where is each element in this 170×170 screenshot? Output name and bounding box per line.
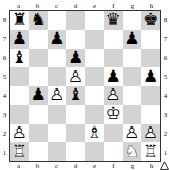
square-h5[interactable]: ♟ [141,67,160,86]
square-b7[interactable] [29,30,48,49]
rank-labels-right: 87654321 [161,10,170,162]
square-e6[interactable] [85,49,104,68]
rank-label-8: 8 [161,16,170,24]
square-d5[interactable]: ♟♙ [66,67,85,86]
rank-label-1: 1 [0,149,9,157]
square-d3[interactable] [66,105,85,124]
square-c3[interactable] [48,105,67,124]
white-rook-icon: ♖ [143,142,158,159]
white-king-icon: ♔ [106,105,121,122]
black-pawn-icon: ♟ [124,30,139,47]
file-label-e: e [85,162,104,170]
piece-white-pawn-d5[interactable]: ♟♙ [66,67,85,86]
piece-black-bishop-a6[interactable]: ♝ [10,49,29,68]
square-f8[interactable]: ♛ [104,11,123,30]
piece-white-rook-h1[interactable]: ♜♖ [141,142,160,161]
square-a2[interactable]: ♟♙ [10,124,29,143]
rank-label-6: 6 [161,54,170,62]
black-pawn-icon: ♟ [12,30,27,47]
piece-black-queen-f8[interactable]: ♛ [104,11,123,30]
piece-white-pawn-c4[interactable]: ♟♙ [48,86,67,105]
white-pawn-icon: ♙ [12,124,27,141]
square-b6[interactable] [29,49,48,68]
piece-white-pawn-h2[interactable]: ♟♙ [141,124,160,143]
square-g3[interactable] [123,105,142,124]
piece-black-pawn-h5[interactable]: ♟ [141,67,160,86]
rank-label-4: 4 [0,92,9,100]
white-pawn-icon: ♙ [49,86,64,103]
white-pawn-icon: ♙ [68,67,83,84]
white-pawn-icon: ♙ [124,124,139,141]
square-d7[interactable] [66,30,85,49]
black-pawn-icon: ♟ [106,67,121,84]
square-d8[interactable] [66,11,85,30]
square-h7[interactable] [141,30,160,49]
square-b2[interactable] [29,124,48,143]
file-label-d: d [66,2,85,10]
square-a1[interactable]: ♜♖ [10,142,29,161]
black-king-icon: ♚ [143,11,158,28]
file-label-e: e [85,2,104,10]
rank-label-5: 5 [0,73,9,81]
black-pawn-icon: ♟ [31,86,46,103]
piece-white-rook-a1[interactable]: ♜♖ [10,142,29,161]
square-g1[interactable]: ♞♘ [123,142,142,161]
piece-white-knight-g1[interactable]: ♞♘ [123,142,142,161]
square-f5[interactable]: ♟ [104,67,123,86]
piece-white-king-f3[interactable]: ♚♔ [104,105,123,124]
file-label-d: d [66,162,85,170]
piece-black-pawn-a7[interactable]: ♟ [10,30,29,49]
piece-black-pawn-f5[interactable]: ♟ [104,67,123,86]
square-c5[interactable] [48,67,67,86]
file-label-f: f [104,162,123,170]
square-d1[interactable] [66,142,85,161]
piece-black-rook-a8[interactable]: ♜ [10,11,29,30]
square-c6[interactable] [48,49,67,68]
black-bishop-icon: ♝ [68,86,83,103]
square-h6[interactable] [141,49,160,68]
piece-white-bishop-e2[interactable]: ♝♗ [85,124,104,143]
square-a7[interactable]: ♟ [10,30,29,49]
square-d4[interactable]: ♝ [66,86,85,105]
black-pawn-icon: ♟ [68,49,83,66]
piece-white-pawn-g2[interactable]: ♟♙ [123,124,142,143]
square-e7[interactable] [85,30,104,49]
file-label-c: c [47,162,66,170]
white-bishop-icon: ♗ [87,124,102,141]
square-b3[interactable] [29,105,48,124]
square-b8[interactable]: ♞ [29,11,48,30]
square-f3[interactable]: ♚♔ [104,105,123,124]
square-f2[interactable] [104,124,123,143]
piece-white-pawn-a2[interactable]: ♟♙ [10,124,29,143]
rank-label-3: 3 [161,111,170,119]
square-h2[interactable]: ♟♙ [141,124,160,143]
square-b5[interactable] [29,67,48,86]
piece-black-bishop-d4[interactable]: ♝ [66,86,85,105]
file-label-g: g [123,2,142,10]
square-g4[interactable] [123,86,142,105]
square-e5[interactable] [85,67,104,86]
rank-labels-left: 87654321 [0,10,9,162]
white-pawn-icon: ♙ [143,124,158,141]
rank-label-8: 8 [0,16,9,24]
square-g6[interactable] [123,49,142,68]
piece-black-king-h8[interactable]: ♚ [141,11,160,30]
square-a5[interactable] [10,67,29,86]
square-f7[interactable] [104,30,123,49]
piece-black-pawn-b4[interactable]: ♟ [29,86,48,105]
square-f4[interactable]: ♟♙ [104,86,123,105]
square-e3[interactable] [85,105,104,124]
black-pawn-icon: ♟ [49,30,64,47]
square-a6[interactable]: ♝ [10,49,29,68]
square-c1[interactable] [48,142,67,161]
square-b4[interactable]: ♟ [29,86,48,105]
square-e4[interactable] [85,86,104,105]
file-labels-bottom: abcdefgh [9,162,161,170]
white-to-move-triangle-icon [161,162,169,170]
piece-black-pawn-g7[interactable]: ♟ [123,30,142,49]
square-c4[interactable]: ♟♙ [48,86,67,105]
square-h8[interactable]: ♚ [141,11,160,30]
square-b1[interactable] [29,142,48,161]
square-g2[interactable]: ♟♙ [123,124,142,143]
chess-diagram: abcdefgh 87654321 ♜♞♛♚♟♟♟♝♟♟♙♟♟♟♟♙♝♟♙♚♔♟… [0,0,170,170]
square-a4[interactable] [10,86,29,105]
black-bishop-icon: ♝ [12,49,27,66]
file-label-a: a [9,162,28,170]
file-label-b: b [28,162,47,170]
square-d6[interactable]: ♟ [66,49,85,68]
rank-label-2: 2 [161,130,170,138]
square-f1[interactable] [104,142,123,161]
rank-label-7: 7 [161,35,170,43]
square-g7[interactable]: ♟ [123,30,142,49]
square-h3[interactable] [141,105,160,124]
black-pawn-icon: ♟ [143,67,158,84]
square-c8[interactable] [48,11,67,30]
rank-label-1: 1 [161,149,170,157]
rank-label-7: 7 [0,35,9,43]
square-e1[interactable] [85,142,104,161]
square-c7[interactable]: ♟ [48,30,67,49]
square-a3[interactable] [10,105,29,124]
white-pawn-icon: ♙ [106,86,121,103]
rank-label-5: 5 [161,73,170,81]
black-rook-icon: ♜ [12,11,27,28]
square-c2[interactable] [48,124,67,143]
square-h4[interactable] [141,86,160,105]
black-knight-icon: ♞ [31,11,46,28]
square-e8[interactable] [85,11,104,30]
black-queen-icon: ♛ [106,11,121,28]
file-label-c: c [47,2,66,10]
rank-label-2: 2 [0,130,9,138]
piece-black-knight-b8[interactable]: ♞ [29,11,48,30]
rank-label-4: 4 [161,92,170,100]
piece-black-pawn-c7[interactable]: ♟ [48,30,67,49]
file-label-h: h [142,162,161,170]
white-knight-icon: ♘ [124,142,139,159]
square-h1[interactable]: ♜♖ [141,142,160,161]
white-to-move-indicator [160,161,169,170]
file-label-g: g [123,162,142,170]
square-e2[interactable]: ♝♗ [85,124,104,143]
square-d2[interactable] [66,124,85,143]
square-a8[interactable]: ♜ [10,11,29,30]
square-f6[interactable] [104,49,123,68]
rank-label-3: 3 [0,111,9,119]
square-g5[interactable] [123,67,142,86]
chess-board: ♜♞♛♚♟♟♟♝♟♟♙♟♟♟♟♙♝♟♙♚♔♟♙♝♗♟♙♟♙♜♖♞♘♜♖ [9,10,161,162]
white-rook-icon: ♖ [12,142,27,159]
square-g8[interactable] [123,11,142,30]
piece-white-pawn-f4[interactable]: ♟♙ [104,86,123,105]
piece-black-pawn-d6[interactable]: ♟ [66,49,85,68]
rank-label-6: 6 [0,54,9,62]
